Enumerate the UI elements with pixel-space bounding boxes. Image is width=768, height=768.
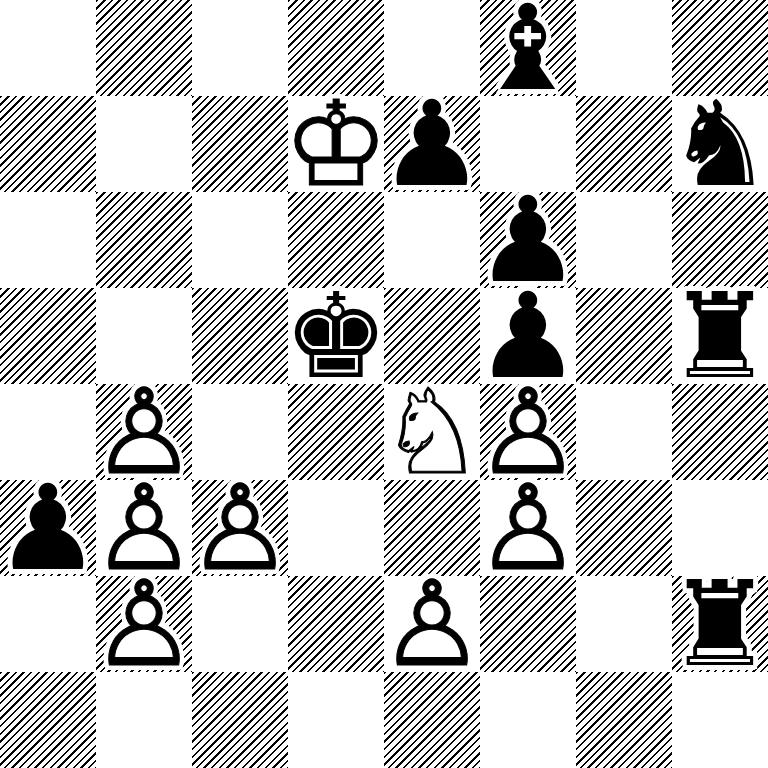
square-a5[interactable] (0, 288, 96, 384)
square-c1[interactable] (192, 672, 288, 768)
square-a2[interactable] (0, 576, 96, 672)
square-e5[interactable] (384, 288, 480, 384)
square-c5[interactable] (192, 288, 288, 384)
piece-halo: ♚ (288, 96, 384, 192)
square-e6[interactable] (384, 192, 480, 288)
square-f2[interactable] (480, 576, 576, 672)
piece-white-king: ♔ (288, 96, 384, 192)
piece-black-bishop: ♝ (480, 0, 576, 96)
square-d2[interactable] (288, 576, 384, 672)
square-e7[interactable]: ♟♟ (384, 96, 480, 192)
piece-white-pawn: ♙ (96, 576, 192, 672)
square-a8[interactable] (0, 0, 96, 96)
piece-halo: ♟ (384, 576, 480, 672)
square-b5[interactable] (96, 288, 192, 384)
piece-black-pawn: ♟ (384, 96, 480, 192)
square-c4[interactable] (192, 384, 288, 480)
piece-halo: ♟ (480, 192, 576, 288)
piece-halo: ♜ (672, 576, 768, 672)
square-b2[interactable]: ♟♙ (96, 576, 192, 672)
piece-white-knight: ♘ (384, 384, 480, 480)
piece-black-knight: ♞ (672, 96, 768, 192)
piece-halo: ♚ (288, 288, 384, 384)
square-c6[interactable] (192, 192, 288, 288)
piece-halo: ♟ (480, 384, 576, 480)
chess-board: ♝♝♚♔♟♟♞♞♟♟♚♚♟♟♜♜♟♙♞♘♟♙♟♟♟♙♟♙♟♙♟♙♟♙♜♜ (0, 0, 768, 768)
square-g1[interactable] (576, 672, 672, 768)
square-b6[interactable] (96, 192, 192, 288)
piece-white-pawn: ♙ (480, 480, 576, 576)
piece-black-king: ♚ (288, 288, 384, 384)
piece-halo: ♞ (672, 96, 768, 192)
square-f4[interactable]: ♟♙ (480, 384, 576, 480)
square-a3[interactable]: ♟♟ (0, 480, 96, 576)
square-h8[interactable] (672, 0, 768, 96)
square-g5[interactable] (576, 288, 672, 384)
square-b8[interactable] (96, 0, 192, 96)
square-g8[interactable] (576, 0, 672, 96)
piece-halo: ♟ (96, 384, 192, 480)
square-g2[interactable] (576, 576, 672, 672)
square-h6[interactable] (672, 192, 768, 288)
piece-halo: ♟ (480, 288, 576, 384)
square-e4[interactable]: ♞♘ (384, 384, 480, 480)
piece-black-pawn: ♟ (480, 288, 576, 384)
square-d8[interactable] (288, 0, 384, 96)
square-h7[interactable]: ♞♞ (672, 96, 768, 192)
square-f7[interactable] (480, 96, 576, 192)
square-g6[interactable] (576, 192, 672, 288)
piece-black-rook: ♜ (672, 288, 768, 384)
square-g4[interactable] (576, 384, 672, 480)
piece-halo: ♝ (480, 0, 576, 96)
square-g3[interactable] (576, 480, 672, 576)
square-d5[interactable]: ♚♚ (288, 288, 384, 384)
square-h4[interactable] (672, 384, 768, 480)
piece-white-pawn: ♙ (192, 480, 288, 576)
square-b7[interactable] (96, 96, 192, 192)
square-e1[interactable] (384, 672, 480, 768)
square-c7[interactable] (192, 96, 288, 192)
square-h3[interactable] (672, 480, 768, 576)
square-b1[interactable] (96, 672, 192, 768)
piece-halo: ♟ (96, 480, 192, 576)
square-f5[interactable]: ♟♟ (480, 288, 576, 384)
square-e3[interactable] (384, 480, 480, 576)
square-a1[interactable] (0, 672, 96, 768)
piece-halo: ♟ (192, 480, 288, 576)
square-b3[interactable]: ♟♙ (96, 480, 192, 576)
square-e8[interactable] (384, 0, 480, 96)
square-f3[interactable]: ♟♙ (480, 480, 576, 576)
piece-halo: ♟ (96, 576, 192, 672)
square-d1[interactable] (288, 672, 384, 768)
piece-halo: ♟ (0, 480, 96, 576)
piece-white-pawn: ♙ (480, 384, 576, 480)
square-f6[interactable]: ♟♟ (480, 192, 576, 288)
square-d6[interactable] (288, 192, 384, 288)
piece-black-pawn: ♟ (480, 192, 576, 288)
square-c8[interactable] (192, 0, 288, 96)
square-d7[interactable]: ♚♔ (288, 96, 384, 192)
square-d3[interactable] (288, 480, 384, 576)
square-g7[interactable] (576, 96, 672, 192)
square-e2[interactable]: ♟♙ (384, 576, 480, 672)
square-c3[interactable]: ♟♙ (192, 480, 288, 576)
square-f1[interactable] (480, 672, 576, 768)
square-a7[interactable] (0, 96, 96, 192)
square-c2[interactable] (192, 576, 288, 672)
piece-halo: ♞ (384, 384, 480, 480)
square-h5[interactable]: ♜♜ (672, 288, 768, 384)
piece-halo: ♟ (480, 480, 576, 576)
piece-halo: ♜ (672, 288, 768, 384)
square-d4[interactable] (288, 384, 384, 480)
square-h2[interactable]: ♜♜ (672, 576, 768, 672)
piece-black-rook: ♜ (672, 576, 768, 672)
square-a4[interactable] (0, 384, 96, 480)
piece-white-pawn: ♙ (96, 480, 192, 576)
square-b4[interactable]: ♟♙ (96, 384, 192, 480)
piece-white-pawn: ♙ (384, 576, 480, 672)
square-a6[interactable] (0, 192, 96, 288)
piece-black-pawn: ♟ (0, 480, 96, 576)
piece-white-pawn: ♙ (96, 384, 192, 480)
square-f8[interactable]: ♝♝ (480, 0, 576, 96)
piece-halo: ♟ (384, 96, 480, 192)
square-h1[interactable] (672, 672, 768, 768)
